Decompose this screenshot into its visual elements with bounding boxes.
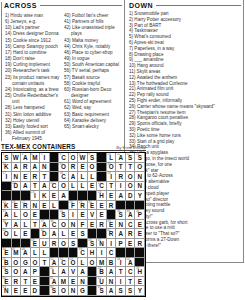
grid-cell[interactable]: N bbox=[40, 163, 50, 173]
cell-letter: O bbox=[61, 241, 66, 247]
cell-letter: R bbox=[109, 203, 114, 209]
grid-cell[interactable]: 26E bbox=[12, 201, 22, 211]
grid-cell[interactable]: T bbox=[40, 258, 50, 268]
grid-cell[interactable]: 19I bbox=[107, 172, 117, 182]
cell-number: 13 bbox=[136, 153, 139, 156]
cell-letter: T bbox=[42, 174, 46, 180]
cell-letter: L bbox=[42, 250, 46, 256]
cell-number: 33 bbox=[117, 210, 120, 213]
grid-cell[interactable]: T bbox=[31, 220, 41, 230]
cell-letter: N bbox=[14, 174, 19, 180]
crossword-page: { "game": "crossword", "title": "TEX-MEX… bbox=[0, 0, 245, 300]
cell-number: 3 bbox=[22, 153, 24, 156]
grid-cell[interactable]: A bbox=[116, 191, 126, 201]
grid-cell[interactable]: 28F bbox=[69, 201, 79, 211]
clue: 60) Russian-born Deco designer bbox=[64, 87, 122, 99]
cell-letter: S bbox=[80, 231, 84, 237]
down-header: DOWN bbox=[129, 2, 241, 9]
grid-cell[interactable]: E bbox=[135, 229, 145, 239]
cell-letter: I bbox=[110, 241, 112, 247]
cell-letter: E bbox=[33, 279, 37, 285]
grid-cell[interactable]: E bbox=[69, 229, 79, 239]
grid-cell[interactable]: T bbox=[107, 182, 117, 192]
cell-number: 47 bbox=[12, 248, 15, 251]
cell-number: 60 bbox=[3, 277, 6, 280]
grid-cell[interactable]: 45N bbox=[97, 239, 107, 249]
cell-number: 1 bbox=[3, 153, 5, 156]
grid-cell[interactable]: 59H bbox=[135, 267, 145, 277]
cell-number: 19 bbox=[107, 172, 110, 175]
grid-cell[interactable]: 64S bbox=[50, 286, 60, 296]
cell-number: 65 bbox=[98, 286, 101, 289]
grid-cell[interactable]: S bbox=[126, 286, 136, 296]
grid-cell[interactable]: O bbox=[126, 182, 136, 192]
cell-letter: E bbox=[23, 174, 27, 180]
grid-cell[interactable]: 55A bbox=[126, 258, 136, 268]
grid-cell[interactable]: R bbox=[107, 201, 117, 211]
grid-cell[interactable]: N bbox=[69, 220, 79, 230]
grid-cell[interactable]: S bbox=[69, 239, 79, 249]
grid-cell[interactable]: T bbox=[116, 163, 126, 173]
cell-letter: A bbox=[33, 164, 38, 170]
grid-cell[interactable]: M bbox=[59, 277, 69, 287]
cell-letter: H bbox=[90, 250, 95, 256]
grid-cell[interactable]: E bbox=[31, 277, 41, 287]
cell-number: 36 bbox=[3, 220, 6, 223]
grid-cell[interactable]: G bbox=[78, 286, 88, 296]
cell-letter: A bbox=[80, 269, 85, 275]
cell-letter: R bbox=[52, 241, 57, 247]
grid-cell[interactable]: S bbox=[78, 229, 88, 239]
grid-cell[interactable]: A bbox=[12, 220, 22, 230]
cell-letter: F bbox=[81, 222, 85, 228]
grid-cell[interactable]: B bbox=[107, 258, 117, 268]
cell-letter: A bbox=[14, 164, 19, 170]
grid-cell[interactable]: 7O bbox=[69, 153, 79, 163]
cell-number: 63 bbox=[3, 286, 6, 289]
grid-cell[interactable]: 49C bbox=[78, 248, 88, 258]
cell-letter: O bbox=[90, 164, 95, 170]
grid-cell[interactable]: E bbox=[88, 220, 98, 230]
cell-letter: A bbox=[118, 193, 123, 199]
cell-letter: E bbox=[128, 241, 132, 247]
cell-letter: O bbox=[13, 269, 18, 275]
grid-cell[interactable]: 53O bbox=[69, 258, 79, 268]
cell-letter: C bbox=[109, 250, 114, 256]
cell-letter: C bbox=[61, 155, 66, 161]
cell-letter: O bbox=[32, 260, 37, 266]
cell-number: 52 bbox=[60, 258, 63, 261]
grid-cell[interactable]: N bbox=[107, 277, 117, 287]
grid-cell[interactable]: E bbox=[135, 277, 145, 287]
grid-cell[interactable]: E bbox=[97, 201, 107, 211]
cell-letter: Y bbox=[138, 193, 142, 199]
cell-letter: T bbox=[42, 260, 46, 266]
grid-cell[interactable]: L bbox=[69, 182, 79, 192]
grid-cell[interactable]: E bbox=[69, 277, 79, 287]
grid-cell[interactable]: 32S bbox=[59, 210, 69, 220]
across-label: ACROSS bbox=[4, 2, 37, 9]
across-clues-column-2: 40) Futbol fan's cheer41) Partners of hi… bbox=[64, 13, 122, 130]
grid-cell[interactable]: A bbox=[107, 267, 117, 277]
cell-letter: A bbox=[42, 183, 47, 189]
cell-number: 30 bbox=[88, 201, 91, 204]
grid-cell[interactable]: L bbox=[88, 172, 98, 182]
black-cell bbox=[88, 277, 98, 287]
grid-cell[interactable]: 65S bbox=[97, 286, 107, 296]
grid-cell[interactable]: 43E bbox=[31, 239, 41, 249]
grid-cell[interactable]: E bbox=[78, 163, 88, 173]
grid-cell[interactable]: 24H bbox=[97, 191, 107, 201]
cell-letter: E bbox=[80, 212, 84, 218]
grid-cell[interactable]: E bbox=[135, 220, 145, 230]
grid-cell[interactable]: L bbox=[31, 248, 41, 258]
clue: 23) Its product names may contain umlaut… bbox=[5, 75, 62, 87]
grid-cell[interactable]: 44S bbox=[88, 239, 98, 249]
grid-cell[interactable]: 35P bbox=[135, 210, 145, 220]
grid-cell[interactable]: 54I bbox=[116, 258, 126, 268]
grid-cell[interactable]: O bbox=[59, 182, 69, 192]
grid-cell[interactable]: E bbox=[21, 286, 31, 296]
grid-cell[interactable]: L bbox=[78, 258, 88, 268]
cell-letter: T bbox=[119, 164, 123, 170]
black-cell bbox=[97, 163, 107, 173]
grid-cell[interactable]: 63N bbox=[2, 286, 12, 296]
cell-letter: Y bbox=[138, 288, 142, 294]
grid-cell[interactable]: A bbox=[116, 229, 126, 239]
grid-cell[interactable]: 5I bbox=[40, 153, 50, 163]
cell-letter: A bbox=[23, 269, 28, 275]
grid-cell[interactable]: E bbox=[21, 229, 31, 239]
grid-cell[interactable]: 29R bbox=[78, 201, 88, 211]
grid-cell[interactable]: Y bbox=[135, 286, 145, 296]
grid-cell[interactable]: 20D bbox=[12, 182, 22, 192]
grid-cell[interactable]: R bbox=[21, 163, 31, 173]
grid-cell[interactable]: 41D bbox=[40, 229, 50, 239]
cell-letter: G bbox=[23, 260, 28, 266]
cell-letter: A bbox=[118, 231, 123, 237]
grid-cell[interactable]: 33S bbox=[116, 210, 126, 220]
black-cell bbox=[50, 163, 60, 173]
cell-number: 32 bbox=[60, 210, 63, 213]
cell-letter: N bbox=[71, 288, 76, 294]
grid-cell[interactable]: 18C bbox=[59, 172, 69, 182]
cell-number: 34 bbox=[126, 210, 129, 213]
cell-letter: S bbox=[128, 288, 132, 294]
grid-cell[interactable]: R bbox=[97, 220, 107, 230]
across-section: ACROSS 1) Hindu wise man6) Jerseys, e.g.… bbox=[1, 2, 122, 141]
grid-cell[interactable]: L bbox=[78, 172, 88, 182]
grid-cell[interactable]: N bbox=[135, 182, 145, 192]
grid-cell[interactable]: 3A bbox=[21, 153, 31, 163]
grid-cell[interactable]: 27R bbox=[21, 201, 31, 211]
grid-cell[interactable]: O bbox=[88, 163, 98, 173]
grid-cell[interactable]: I bbox=[116, 277, 126, 287]
cell-letter: R bbox=[137, 241, 142, 247]
black-cell bbox=[2, 182, 12, 192]
grid-cell[interactable]: P bbox=[116, 239, 126, 249]
grid-cell[interactable]: L bbox=[12, 229, 22, 239]
grid-cell[interactable]: 4M bbox=[31, 153, 41, 163]
cell-letter: L bbox=[81, 260, 85, 266]
cell-letter: A bbox=[109, 288, 114, 294]
cell-letter: R bbox=[23, 164, 28, 170]
grid-cell[interactable]: E bbox=[31, 210, 41, 220]
grid-cell[interactable]: R bbox=[69, 163, 79, 173]
grid-cell[interactable]: A bbox=[59, 267, 69, 277]
cell-number: 7 bbox=[69, 153, 71, 156]
grid-cell[interactable]: O bbox=[126, 172, 136, 182]
black-cell bbox=[40, 267, 50, 277]
grid-cell[interactable]: L bbox=[50, 201, 60, 211]
cell-letter: O bbox=[23, 212, 28, 218]
grid-cell[interactable]: N bbox=[31, 201, 41, 211]
cell-letter: R bbox=[14, 279, 19, 285]
grid-cell[interactable]: I bbox=[97, 248, 107, 258]
grid-cell[interactable]: 48A bbox=[21, 248, 31, 258]
cell-letter: K bbox=[42, 193, 47, 199]
grid-cell[interactable]: A bbox=[78, 267, 88, 277]
grid-cell[interactable]: P bbox=[31, 267, 41, 277]
cell-letter: S bbox=[119, 288, 123, 294]
grid-cell[interactable]: A bbox=[50, 229, 60, 239]
grid-cell[interactable]: 40O bbox=[2, 229, 12, 239]
cell-letter: L bbox=[81, 174, 85, 180]
clue: 36) Allied summit of February 1945 bbox=[5, 130, 62, 141]
grid-cell[interactable]: D bbox=[31, 286, 41, 296]
cell-letter: O bbox=[137, 164, 142, 170]
cell-number: 5 bbox=[41, 153, 43, 156]
grid-cell[interactable]: 52C bbox=[59, 258, 69, 268]
grid-cell[interactable]: O bbox=[31, 258, 41, 268]
grid-cell[interactable]: G bbox=[21, 258, 31, 268]
grid-cell[interactable]: O bbox=[88, 258, 98, 268]
cell-letter: E bbox=[23, 288, 27, 294]
cell-number: 11 bbox=[117, 153, 120, 156]
grid-cell[interactable]: A bbox=[59, 191, 69, 201]
cell-letter: L bbox=[14, 212, 18, 218]
across-clues-column-1: 1) Hindu wise man6) Jerseys, e.g.10) Lad… bbox=[5, 13, 62, 141]
grid-cell[interactable]: T bbox=[126, 163, 136, 173]
cell-number: 4 bbox=[31, 153, 33, 156]
cell-letter: T bbox=[128, 164, 132, 170]
grid-cell[interactable]: 11A bbox=[116, 153, 126, 163]
grid-cell[interactable]: E bbox=[126, 239, 136, 249]
grid-cell[interactable]: I bbox=[116, 182, 126, 192]
cell-letter: G bbox=[80, 288, 85, 294]
cell-letter: L bbox=[23, 222, 27, 228]
cell-letter: L bbox=[71, 183, 75, 189]
grid-cell[interactable]: 13S bbox=[135, 153, 145, 163]
grid-cell[interactable]: A bbox=[21, 182, 31, 192]
grid-cell[interactable]: E bbox=[21, 172, 31, 182]
grid-cell[interactable]: R bbox=[135, 239, 145, 249]
cell-letter: D bbox=[33, 288, 38, 294]
cell-letter: I bbox=[72, 212, 74, 218]
cell-letter: P bbox=[33, 269, 37, 275]
grid-cell[interactable]: E bbox=[50, 191, 60, 201]
grid-cell[interactable]: A bbox=[31, 163, 41, 173]
grid-cell[interactable]: 8W bbox=[78, 153, 88, 163]
cell-letter: S bbox=[90, 155, 94, 161]
cell-letter: E bbox=[14, 288, 18, 294]
cell-letter: A bbox=[61, 193, 66, 199]
cell-letter: E bbox=[42, 203, 46, 209]
black-cell bbox=[97, 153, 107, 163]
grid-cell[interactable]: T bbox=[21, 277, 31, 287]
grid-cell[interactable]: U bbox=[40, 239, 50, 249]
grid-cell[interactable]: 23I bbox=[31, 191, 41, 201]
grid-cell[interactable]: V bbox=[88, 210, 98, 220]
grid-cell[interactable]: O bbox=[59, 286, 69, 296]
grid-cell[interactable]: N bbox=[78, 277, 88, 287]
cell-letter: R bbox=[118, 174, 123, 180]
cell-number: 38 bbox=[50, 220, 53, 223]
grid-cell[interactable]: E bbox=[88, 182, 98, 192]
grid-cell[interactable]: E bbox=[78, 210, 88, 220]
grid-cell[interactable]: I bbox=[107, 239, 117, 249]
grid-cell[interactable]: A bbox=[107, 286, 117, 296]
grid-cell[interactable]: I bbox=[69, 210, 79, 220]
grid-cell[interactable]: N bbox=[116, 220, 126, 230]
grid-cell[interactable]: L bbox=[40, 248, 50, 258]
cell-letter: O bbox=[13, 260, 18, 266]
cell-number: 16 bbox=[107, 163, 110, 166]
cell-letter: M bbox=[61, 279, 66, 285]
grid-cell[interactable]: R bbox=[116, 172, 126, 182]
grid-cell[interactable]: T bbox=[116, 267, 126, 277]
cell-number: 6 bbox=[60, 153, 62, 156]
cell-letter: C bbox=[128, 269, 133, 275]
cell-letter: R bbox=[99, 222, 104, 228]
cell-letter: O bbox=[128, 183, 133, 189]
grid-cell[interactable]: 17I bbox=[2, 172, 12, 182]
grid-cell[interactable]: S bbox=[116, 286, 126, 296]
cell-letter: E bbox=[71, 279, 75, 285]
cell-number: 28 bbox=[69, 201, 72, 204]
cell-number: 35 bbox=[136, 210, 139, 213]
cell-letter: A bbox=[52, 231, 57, 237]
cell-number: 42 bbox=[107, 229, 110, 232]
cell-number: 26 bbox=[12, 201, 15, 204]
grid-cell[interactable]: N bbox=[69, 286, 79, 296]
cell-letter: E bbox=[90, 222, 94, 228]
cell-letter: L bbox=[81, 183, 85, 189]
cell-number: 23 bbox=[31, 191, 34, 194]
grid-cell[interactable]: L bbox=[59, 229, 69, 239]
grid-cell[interactable]: R bbox=[50, 239, 60, 249]
cell-letter: B bbox=[109, 260, 114, 266]
cell-letter: A bbox=[14, 222, 19, 228]
cell-number: 48 bbox=[22, 248, 25, 251]
crossword-grid: 1S2W3A4M5I6C7O8W9S10L11A12S13S14KARAN15O… bbox=[1, 152, 146, 297]
cell-number: 43 bbox=[31, 239, 34, 242]
grid-cell[interactable]: 12S bbox=[126, 153, 136, 163]
cell-number: 20 bbox=[12, 182, 15, 185]
grid-cell[interactable]: O bbox=[59, 220, 69, 230]
grid-cell[interactable]: L bbox=[12, 210, 22, 220]
grid-cell[interactable]: E bbox=[40, 201, 50, 211]
cell-number: 49 bbox=[79, 248, 82, 251]
cell-number: 24 bbox=[98, 191, 101, 194]
grid-cell[interactable]: C bbox=[126, 267, 136, 277]
down-header-rule bbox=[156, 5, 241, 6]
grid-cell[interactable]: R bbox=[31, 172, 41, 182]
grid-cell[interactable]: O bbox=[59, 239, 69, 249]
grid-cell[interactable]: C bbox=[126, 220, 136, 230]
grid-cell[interactable]: E bbox=[12, 286, 22, 296]
grid-cell[interactable]: 9S bbox=[88, 153, 98, 163]
cell-number: 9 bbox=[88, 153, 90, 156]
cell-letter: O bbox=[61, 288, 66, 294]
cell-letter: P bbox=[119, 241, 123, 247]
cell-number: 54 bbox=[117, 258, 120, 261]
grid-cell[interactable]: A bbox=[21, 267, 31, 277]
clue: 25) Orville Redenbacher's unit bbox=[5, 93, 62, 105]
grid-cell[interactable]: 2W bbox=[12, 153, 22, 163]
grid-cell[interactable]: O bbox=[12, 258, 22, 268]
cell-letter: T bbox=[23, 279, 27, 285]
grid-cell[interactable]: R bbox=[126, 229, 136, 239]
cell-letter: E bbox=[138, 279, 142, 285]
grid-cell[interactable]: C bbox=[107, 248, 117, 258]
grid-cell[interactable]: R bbox=[12, 277, 22, 287]
cell-letter: E bbox=[99, 203, 103, 209]
grid-cell[interactable]: E bbox=[107, 191, 117, 201]
cell-letter: N bbox=[80, 279, 85, 285]
grid-cell[interactable]: A bbox=[40, 182, 50, 192]
grid-cell[interactable]: 38C bbox=[50, 220, 60, 230]
grid-cell[interactable]: 42R bbox=[107, 229, 117, 239]
grid-cell[interactable]: O bbox=[12, 267, 22, 277]
grid-cell[interactable]: D bbox=[126, 191, 136, 201]
grid-cell[interactable]: 47M bbox=[12, 248, 22, 258]
grid-cell[interactable]: T bbox=[40, 172, 50, 182]
grid-cell[interactable]: H bbox=[88, 248, 98, 258]
grid-cell[interactable]: L bbox=[21, 220, 31, 230]
cell-number: 53 bbox=[69, 258, 72, 261]
cell-letter: I bbox=[120, 279, 122, 285]
grid-cell[interactable]: A bbox=[12, 163, 22, 173]
black-cell bbox=[50, 153, 60, 163]
cell-letter: I bbox=[101, 250, 103, 256]
grid-cell[interactable]: O bbox=[135, 163, 145, 173]
grid-cell[interactable]: T bbox=[126, 277, 136, 287]
cell-letter: E bbox=[33, 212, 37, 218]
grid-cell[interactable]: V bbox=[69, 267, 79, 277]
grid-cell[interactable]: K bbox=[40, 191, 50, 201]
cell-letter: O bbox=[61, 222, 66, 228]
cell-number: 29 bbox=[79, 201, 82, 204]
grid-cell[interactable]: 30E bbox=[88, 201, 98, 211]
cell-number: 51 bbox=[50, 258, 53, 261]
grid-cell[interactable]: E bbox=[97, 210, 107, 220]
cell-letter: I bbox=[44, 155, 46, 161]
cell-letter: N bbox=[71, 222, 76, 228]
grid-cell[interactable]: N bbox=[135, 172, 145, 182]
grid-cell[interactable]: 21C bbox=[50, 182, 60, 192]
grid-cell[interactable]: A bbox=[69, 172, 79, 182]
cell-letter: O bbox=[61, 183, 66, 189]
cell-letter: N bbox=[137, 174, 142, 180]
grid-cell[interactable]: F bbox=[78, 220, 88, 230]
cell-number: 18 bbox=[60, 172, 63, 175]
grid-cell[interactable]: L bbox=[78, 182, 88, 192]
grid-cell[interactable]: 34A bbox=[126, 210, 136, 220]
grid-cell[interactable]: Y bbox=[135, 191, 145, 201]
cell-letter: E bbox=[23, 231, 27, 237]
grid-cell[interactable]: O bbox=[21, 210, 31, 220]
